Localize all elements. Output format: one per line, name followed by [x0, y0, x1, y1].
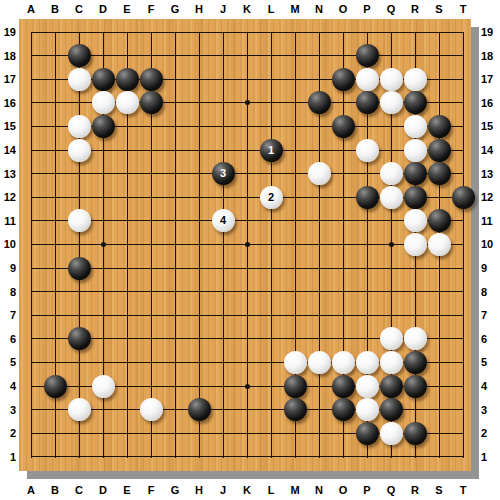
- white-stone-Q17[interactable]: [380, 68, 403, 91]
- coordinate-label-right: 2: [481, 425, 499, 441]
- grid-line-vertical: [199, 32, 200, 458]
- white-stone-C17[interactable]: [68, 68, 91, 91]
- coordinate-label-top: Q: [379, 1, 403, 17]
- white-stone-N13[interactable]: [308, 162, 331, 185]
- coordinate-label-left: 16: [0, 95, 16, 111]
- black-stone-D15[interactable]: [92, 115, 115, 138]
- coordinate-label-top: A: [19, 1, 43, 17]
- black-stone-P12[interactable]: [356, 186, 379, 209]
- coordinate-label-top: G: [163, 1, 187, 17]
- coordinate-label-right: 1: [481, 449, 499, 465]
- coordinate-label-top: T: [451, 1, 475, 17]
- black-stone-R4[interactable]: [404, 375, 427, 398]
- coordinate-label-left: 12: [0, 189, 16, 205]
- black-stone-F17[interactable]: [140, 68, 163, 91]
- coordinate-label-bottom: J: [211, 482, 235, 498]
- grid-line-horizontal: [31, 315, 464, 316]
- black-stone-F16[interactable]: [140, 91, 163, 114]
- grid-line-horizontal: [31, 456, 464, 457]
- white-stone-P5[interactable]: [356, 351, 379, 374]
- white-stone-S10[interactable]: [428, 233, 451, 256]
- white-stone-C14[interactable]: [68, 139, 91, 162]
- white-stone-C15[interactable]: [68, 115, 91, 138]
- move-number-label: 2: [268, 192, 274, 203]
- coordinate-label-left: 19: [0, 24, 16, 40]
- white-stone-E16[interactable]: [116, 91, 139, 114]
- white-stone-C3[interactable]: [68, 398, 91, 421]
- coordinate-label-right: 8: [481, 284, 499, 300]
- coordinate-label-right: 19: [481, 24, 499, 40]
- coordinate-label-bottom: N: [307, 482, 331, 498]
- coordinate-label-top: M: [283, 1, 307, 17]
- coordinate-label-top: S: [427, 1, 451, 17]
- coordinate-label-bottom: K: [235, 482, 259, 498]
- coordinate-label-bottom: E: [115, 482, 139, 498]
- coordinate-label-left: 14: [0, 142, 16, 158]
- white-stone-P17[interactable]: [356, 68, 379, 91]
- black-stone-P2[interactable]: [356, 422, 379, 445]
- star-point: [245, 100, 250, 105]
- black-stone-O15[interactable]: [332, 115, 355, 138]
- black-stone-M4[interactable]: [284, 375, 307, 398]
- white-stone-D16[interactable]: [92, 91, 115, 114]
- white-stone-O5[interactable]: [332, 351, 355, 374]
- coordinate-label-left: 3: [0, 402, 16, 418]
- coordinate-label-left: 11: [0, 213, 16, 229]
- black-stone-B4[interactable]: [44, 375, 67, 398]
- coordinate-label-top: C: [67, 1, 91, 17]
- coordinate-label-left: 5: [0, 354, 16, 370]
- coordinate-label-left: 2: [0, 425, 16, 441]
- white-stone-L12[interactable]: 2: [260, 186, 283, 209]
- coordinate-label-bottom: A: [19, 482, 43, 498]
- white-stone-R6[interactable]: [404, 327, 427, 350]
- white-stone-Q6[interactable]: [380, 327, 403, 350]
- coordinate-label-right: 16: [481, 95, 499, 111]
- coordinate-label-top: F: [139, 1, 163, 17]
- coordinate-label-top: N: [307, 1, 331, 17]
- move-number-label: 4: [220, 215, 226, 226]
- black-stone-D17[interactable]: [92, 68, 115, 91]
- grid-line-vertical: [175, 32, 176, 458]
- grid-line-vertical: [31, 32, 32, 458]
- white-stone-R14[interactable]: [404, 139, 427, 162]
- white-stone-P4[interactable]: [356, 375, 379, 398]
- white-stone-Q16[interactable]: [380, 91, 403, 114]
- grid-line-vertical: [271, 32, 272, 458]
- grid-line-vertical: [463, 32, 464, 458]
- white-stone-C11[interactable]: [68, 209, 91, 232]
- coordinate-label-top: O: [331, 1, 355, 17]
- black-stone-O17[interactable]: [332, 68, 355, 91]
- black-stone-P16[interactable]: [356, 91, 379, 114]
- black-stone-O4[interactable]: [332, 375, 355, 398]
- black-stone-H3[interactable]: [188, 398, 211, 421]
- white-stone-D4[interactable]: [92, 375, 115, 398]
- star-point: [245, 384, 250, 389]
- coordinate-label-bottom: G: [163, 482, 187, 498]
- grid-line-horizontal: [31, 220, 464, 221]
- coordinate-label-top: R: [403, 1, 427, 17]
- coordinate-label-right: 6: [481, 331, 499, 347]
- coordinate-label-left: 13: [0, 166, 16, 182]
- coordinate-label-right: 11: [481, 213, 499, 229]
- white-stone-F3[interactable]: [140, 398, 163, 421]
- coordinate-label-left: 4: [0, 378, 16, 394]
- white-stone-R11[interactable]: [404, 209, 427, 232]
- coordinate-label-right: 4: [481, 378, 499, 394]
- star-point: [245, 242, 250, 247]
- white-stone-Q13[interactable]: [380, 162, 403, 185]
- black-stone-R16[interactable]: [404, 91, 427, 114]
- coordinate-label-bottom: R: [403, 482, 427, 498]
- black-stone-C6[interactable]: [68, 327, 91, 350]
- white-stone-N5[interactable]: [308, 351, 331, 374]
- black-stone-R5[interactable]: [404, 351, 427, 374]
- white-stone-R15[interactable]: [404, 115, 427, 138]
- coordinate-label-left: 1: [0, 449, 16, 465]
- coordinate-label-top: D: [91, 1, 115, 17]
- coordinate-label-bottom: C: [67, 482, 91, 498]
- star-point: [389, 242, 394, 247]
- black-stone-R12[interactable]: [404, 186, 427, 209]
- white-stone-Q5[interactable]: [380, 351, 403, 374]
- coordinate-label-bottom: M: [283, 482, 307, 498]
- coordinate-label-left: 10: [0, 236, 16, 252]
- coordinate-label-right: 14: [481, 142, 499, 158]
- white-stone-P3[interactable]: [356, 398, 379, 421]
- coordinate-label-right: 17: [481, 71, 499, 87]
- coordinate-label-bottom: F: [139, 482, 163, 498]
- black-stone-M3[interactable]: [284, 398, 307, 421]
- coordinate-label-bottom: Q: [379, 482, 403, 498]
- grid-line-horizontal: [31, 32, 464, 33]
- star-point: [101, 242, 106, 247]
- coordinate-label-top: L: [259, 1, 283, 17]
- go-board-app: AA1919BB1818CC1717DD1616EE1515FF1414GG13…: [0, 0, 500, 500]
- white-stone-R10[interactable]: [404, 233, 427, 256]
- black-stone-J13[interactable]: 3: [212, 162, 235, 185]
- black-stone-Q3[interactable]: [380, 398, 403, 421]
- coordinate-label-right: 7: [481, 307, 499, 323]
- coordinate-label-top: B: [43, 1, 67, 17]
- grid-line-horizontal: [31, 291, 464, 292]
- coordinate-label-bottom: B: [43, 482, 67, 498]
- white-stone-J11[interactable]: 4: [212, 209, 235, 232]
- grid-line-horizontal: [31, 268, 464, 269]
- coordinate-label-left: 6: [0, 331, 16, 347]
- coordinate-label-bottom: P: [355, 482, 379, 498]
- black-stone-T12[interactable]: [452, 186, 475, 209]
- black-stone-C9[interactable]: [68, 257, 91, 280]
- coordinate-label-top: P: [355, 1, 379, 17]
- grid-line-horizontal: [31, 150, 464, 151]
- coordinate-label-right: 9: [481, 260, 499, 276]
- grid-line-horizontal: [31, 55, 464, 56]
- black-stone-E17[interactable]: [116, 68, 139, 91]
- coordinate-label-bottom: T: [451, 482, 475, 498]
- coordinate-label-bottom: S: [427, 482, 451, 498]
- coordinate-label-bottom: D: [91, 482, 115, 498]
- black-stone-S15[interactable]: [428, 115, 451, 138]
- coordinate-label-left: 9: [0, 260, 16, 276]
- coordinate-label-left: 17: [0, 71, 16, 87]
- coordinate-label-left: 8: [0, 284, 16, 300]
- coordinate-label-left: 7: [0, 307, 16, 323]
- white-stone-M5[interactable]: [284, 351, 307, 374]
- coordinate-label-bottom: O: [331, 482, 355, 498]
- coordinate-label-right: 13: [481, 166, 499, 182]
- coordinate-label-bottom: L: [259, 482, 283, 498]
- coordinate-label-top: E: [115, 1, 139, 17]
- coordinate-label-top: K: [235, 1, 259, 17]
- grid-line-vertical: [79, 32, 80, 458]
- coordinate-label-top: J: [211, 1, 235, 17]
- coordinate-label-right: 5: [481, 354, 499, 370]
- coordinate-label-right: 12: [481, 189, 499, 205]
- black-stone-P18[interactable]: [356, 44, 379, 67]
- black-stone-N16[interactable]: [308, 91, 331, 114]
- move-number-label: 1: [268, 145, 274, 156]
- coordinate-label-right: 18: [481, 48, 499, 64]
- move-number-label: 3: [220, 168, 226, 179]
- coordinate-label-right: 10: [481, 236, 499, 252]
- black-stone-R13[interactable]: [404, 162, 427, 185]
- white-stone-Q12[interactable]: [380, 186, 403, 209]
- grid-line-vertical: [223, 32, 224, 458]
- black-stone-S11[interactable]: [428, 209, 451, 232]
- black-stone-C18[interactable]: [68, 44, 91, 67]
- black-stone-O3[interactable]: [332, 398, 355, 421]
- black-stone-S14[interactable]: [428, 139, 451, 162]
- white-stone-R17[interactable]: [404, 68, 427, 91]
- coordinate-label-left: 18: [0, 48, 16, 64]
- black-stone-L14[interactable]: 1: [260, 139, 283, 162]
- coordinate-label-right: 3: [481, 402, 499, 418]
- white-stone-Q2[interactable]: [380, 422, 403, 445]
- black-stone-S13[interactable]: [428, 162, 451, 185]
- black-stone-R2[interactable]: [404, 422, 427, 445]
- coordinate-label-bottom: H: [187, 482, 211, 498]
- coordinate-label-top: H: [187, 1, 211, 17]
- white-stone-P14[interactable]: [356, 139, 379, 162]
- coordinate-label-right: 15: [481, 118, 499, 134]
- black-stone-Q4[interactable]: [380, 375, 403, 398]
- coordinate-label-left: 15: [0, 118, 16, 134]
